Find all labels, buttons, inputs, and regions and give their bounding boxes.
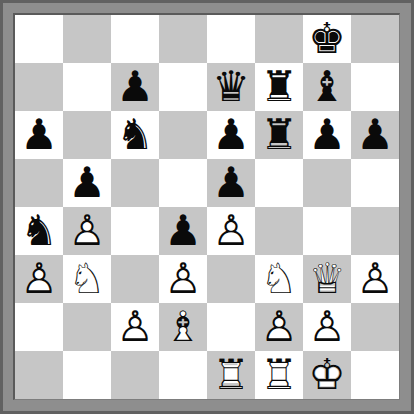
black-rook-piece: ♜	[255, 63, 303, 111]
square-h3[interactable]: ♟♙	[351, 255, 399, 303]
square-h6[interactable]: ♟	[351, 111, 399, 159]
black-queen-piece: ♛	[207, 63, 255, 111]
white-pawn-piece: ♟♙	[207, 207, 255, 255]
square-e1[interactable]: ♜♖	[207, 351, 255, 399]
square-b7[interactable]	[63, 63, 111, 111]
square-a1[interactable]	[15, 351, 63, 399]
square-f8[interactable]	[255, 15, 303, 63]
white-knight-piece: ♞♘	[255, 255, 303, 303]
square-a2[interactable]	[15, 303, 63, 351]
square-d8[interactable]	[159, 15, 207, 63]
square-b3[interactable]: ♞♘	[63, 255, 111, 303]
square-b1[interactable]	[63, 351, 111, 399]
square-c7[interactable]: ♟	[111, 63, 159, 111]
black-pawn-piece: ♟	[159, 207, 207, 255]
white-pawn-piece: ♟♙	[15, 255, 63, 303]
black-pawn-piece: ♟	[303, 111, 351, 159]
white-king-piece: ♚♔	[303, 351, 351, 399]
white-pawn-piece: ♟♙	[351, 255, 399, 303]
square-f6[interactable]: ♜	[255, 111, 303, 159]
board-frame: ♚♟♛♜♝♟♞♟♜♟♟♟♟♞♟♙♟♟♙♟♙♞♘♟♙♞♘♛♕♟♙♟♙♝♗♟♙♟♙♜…	[0, 0, 414, 414]
white-bishop-piece: ♝♗	[159, 303, 207, 351]
black-pawn-piece: ♟	[207, 159, 255, 207]
square-e7[interactable]: ♛	[207, 63, 255, 111]
square-b8[interactable]	[63, 15, 111, 63]
square-g2[interactable]: ♟♙	[303, 303, 351, 351]
square-d1[interactable]	[159, 351, 207, 399]
square-g4[interactable]	[303, 207, 351, 255]
square-d2[interactable]: ♝♗	[159, 303, 207, 351]
square-e8[interactable]	[207, 15, 255, 63]
square-f7[interactable]: ♜	[255, 63, 303, 111]
black-pawn-piece: ♟	[351, 111, 399, 159]
square-c4[interactable]	[111, 207, 159, 255]
black-bishop-piece: ♝	[303, 63, 351, 111]
black-pawn-piece: ♟	[15, 111, 63, 159]
square-f5[interactable]	[255, 159, 303, 207]
square-e3[interactable]	[207, 255, 255, 303]
square-b5[interactable]: ♟	[63, 159, 111, 207]
square-f2[interactable]: ♟♙	[255, 303, 303, 351]
white-rook-piece: ♜♖	[255, 351, 303, 399]
white-rook-piece: ♜♖	[207, 351, 255, 399]
square-a6[interactable]: ♟	[15, 111, 63, 159]
square-b4[interactable]: ♟♙	[63, 207, 111, 255]
square-h1[interactable]	[351, 351, 399, 399]
square-c2[interactable]: ♟♙	[111, 303, 159, 351]
white-queen-piece: ♛♕	[303, 255, 351, 303]
white-pawn-piece: ♟♙	[111, 303, 159, 351]
chess-board: ♚♟♛♜♝♟♞♟♜♟♟♟♟♞♟♙♟♟♙♟♙♞♘♟♙♞♘♛♕♟♙♟♙♝♗♟♙♟♙♜…	[13, 13, 400, 400]
square-e5[interactable]: ♟	[207, 159, 255, 207]
square-d5[interactable]	[159, 159, 207, 207]
square-d3[interactable]: ♟♙	[159, 255, 207, 303]
square-h2[interactable]	[351, 303, 399, 351]
square-d6[interactable]	[159, 111, 207, 159]
square-a3[interactable]: ♟♙	[15, 255, 63, 303]
black-pawn-piece: ♟	[63, 159, 111, 207]
square-f3[interactable]: ♞♘	[255, 255, 303, 303]
black-rook-piece: ♜	[255, 111, 303, 159]
square-f1[interactable]: ♜♖	[255, 351, 303, 399]
square-b6[interactable]	[63, 111, 111, 159]
square-a8[interactable]	[15, 15, 63, 63]
square-e4[interactable]: ♟♙	[207, 207, 255, 255]
square-d4[interactable]: ♟	[159, 207, 207, 255]
square-h5[interactable]	[351, 159, 399, 207]
square-d7[interactable]	[159, 63, 207, 111]
square-c8[interactable]	[111, 15, 159, 63]
square-a4[interactable]: ♞	[15, 207, 63, 255]
square-h8[interactable]	[351, 15, 399, 63]
square-c6[interactable]: ♞	[111, 111, 159, 159]
square-g8[interactable]: ♚	[303, 15, 351, 63]
black-knight-piece: ♞	[111, 111, 159, 159]
black-pawn-piece: ♟	[111, 63, 159, 111]
square-g3[interactable]: ♛♕	[303, 255, 351, 303]
square-b2[interactable]	[63, 303, 111, 351]
white-knight-piece: ♞♘	[63, 255, 111, 303]
square-f4[interactable]	[255, 207, 303, 255]
square-e2[interactable]	[207, 303, 255, 351]
square-c5[interactable]	[111, 159, 159, 207]
square-g1[interactable]: ♚♔	[303, 351, 351, 399]
square-c3[interactable]	[111, 255, 159, 303]
square-e6[interactable]: ♟	[207, 111, 255, 159]
square-g6[interactable]: ♟	[303, 111, 351, 159]
white-pawn-piece: ♟♙	[63, 207, 111, 255]
black-king-piece: ♚	[303, 15, 351, 63]
square-a7[interactable]	[15, 63, 63, 111]
white-pawn-piece: ♟♙	[303, 303, 351, 351]
square-g7[interactable]: ♝	[303, 63, 351, 111]
white-pawn-piece: ♟♙	[159, 255, 207, 303]
black-knight-piece: ♞	[15, 207, 63, 255]
square-h4[interactable]	[351, 207, 399, 255]
black-pawn-piece: ♟	[207, 111, 255, 159]
square-c1[interactable]	[111, 351, 159, 399]
square-a5[interactable]	[15, 159, 63, 207]
white-pawn-piece: ♟♙	[255, 303, 303, 351]
square-g5[interactable]	[303, 159, 351, 207]
square-h7[interactable]	[351, 63, 399, 111]
